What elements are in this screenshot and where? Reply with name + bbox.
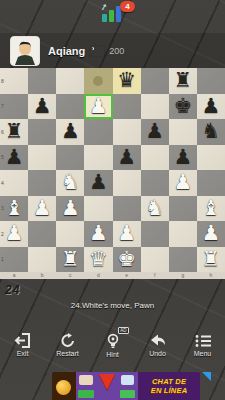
square-c2[interactable] — [56, 221, 84, 247]
white-pawn: ♟ — [84, 94, 112, 120]
square-c6[interactable]: ♟ — [56, 119, 84, 145]
square-e3[interactable] — [113, 196, 141, 222]
menu-button[interactable]: Menu — [183, 334, 223, 357]
undo-label: Undo — [149, 350, 166, 357]
white-king: ♚ — [113, 247, 141, 273]
avatar[interactable] — [10, 36, 40, 66]
square-g8[interactable]: ♜ — [169, 68, 197, 94]
player-bar: Aqiang 200 — [0, 33, 225, 68]
player-rating: 200 — [109, 46, 124, 56]
square-d5[interactable] — [84, 145, 112, 171]
white-pawn: ♟ — [84, 221, 112, 247]
ad-choices-icon[interactable] — [202, 372, 211, 381]
square-h4[interactable] — [197, 170, 225, 196]
file-label: h — [197, 272, 225, 279]
move-counter: 24 — [5, 283, 20, 297]
square-f2[interactable] — [141, 221, 169, 247]
square-f6[interactable]: ♟ — [141, 119, 169, 145]
file-label: f — [141, 272, 169, 279]
file-label: a — [0, 272, 28, 279]
black-pawn: ♟ — [0, 145, 28, 171]
restart-button[interactable]: Restart — [48, 333, 88, 357]
black-queen: ♛ — [113, 68, 141, 94]
square-e5[interactable]: ♟ — [113, 145, 141, 171]
square-g1[interactable] — [169, 247, 197, 273]
chess-board[interactable]: 8♛♜7♟♟♚♟6♜♟♟♞5♟♟♟4♞♟♟3♝♟♟♞♝2♟♟♟♟1♜♛♚♜ — [0, 68, 225, 272]
move-status-text: 24.White's move, Pawn — [0, 301, 225, 310]
square-f3[interactable]: ♞ — [141, 196, 169, 222]
square-g6[interactable] — [169, 119, 197, 145]
rank-label: 8 — [1, 78, 4, 84]
black-pawn: ♟ — [28, 94, 56, 120]
square-a4[interactable]: 4 — [0, 170, 28, 196]
white-knight: ♞ — [56, 170, 84, 196]
ad-image — [76, 372, 138, 400]
square-b8[interactable] — [28, 68, 56, 94]
rank-label: 7 — [1, 103, 4, 109]
square-b3[interactable]: ♟ — [28, 196, 56, 222]
square-g7[interactable]: ♚ — [169, 94, 197, 120]
white-bishop: ♝ — [0, 196, 28, 222]
square-f5[interactable] — [141, 145, 169, 171]
rank-label: 4 — [1, 180, 4, 186]
square-c3[interactable]: ♟ — [56, 196, 84, 222]
square-h2[interactable]: ♟ — [197, 221, 225, 247]
white-pawn: ♟ — [56, 196, 84, 222]
square-d8[interactable] — [84, 68, 112, 94]
square-d2[interactable]: ♟ — [84, 221, 112, 247]
square-b6[interactable] — [28, 119, 56, 145]
menu-label: Menu — [194, 350, 212, 357]
square-a7[interactable]: 7 — [0, 94, 28, 120]
square-h7[interactable]: ♟ — [197, 94, 225, 120]
undo-button[interactable]: Undo — [138, 334, 178, 357]
file-label: d — [84, 272, 112, 279]
hint-label: Hint — [106, 351, 118, 358]
white-rook: ♜ — [56, 247, 84, 273]
top-bar: ➚ 4 — [0, 0, 225, 33]
square-b1[interactable] — [28, 247, 56, 273]
square-c8[interactable] — [56, 68, 84, 94]
square-c7[interactable] — [56, 94, 84, 120]
white-pawn: ♟ — [28, 196, 56, 222]
file-labels: abcdefgh — [0, 272, 225, 279]
square-d6[interactable] — [84, 119, 112, 145]
square-a1[interactable]: 1 — [0, 247, 28, 273]
file-label: g — [169, 272, 197, 279]
file-label: c — [56, 272, 84, 279]
square-f8[interactable] — [141, 68, 169, 94]
square-b5[interactable] — [28, 145, 56, 171]
square-b7[interactable]: ♟ — [28, 94, 56, 120]
ad-coin-icon — [52, 372, 76, 400]
square-a6[interactable]: 6♜ — [0, 119, 28, 145]
square-d4[interactable]: ♟ — [84, 170, 112, 196]
chess-app-screen: ➚ 4 Aqiang 200 8♛♜7♟♟♚♟6♜♟♟♞5♟♟♟4♞♟♟3♝♟♟… — [0, 0, 225, 400]
rank-label: 1 — [1, 256, 4, 262]
square-e2[interactable]: ♟ — [113, 221, 141, 247]
file-label: b — [28, 272, 56, 279]
white-rook: ♜ — [197, 247, 225, 273]
square-e8[interactable]: ♛ — [113, 68, 141, 94]
square-c1[interactable]: ♜ — [56, 247, 84, 273]
singapore-flag-icon — [90, 46, 104, 56]
square-a3[interactable]: 3♝ — [0, 196, 28, 222]
hint-lightbulb-icon — [107, 333, 119, 349]
black-pawn: ♟ — [113, 145, 141, 171]
exit-label: Exit — [17, 350, 29, 357]
square-e4[interactable] — [113, 170, 141, 196]
white-pawn: ♟ — [197, 221, 225, 247]
black-king: ♚ — [169, 94, 197, 120]
restart-icon — [60, 333, 76, 348]
square-b4[interactable] — [28, 170, 56, 196]
legal-move-dot — [93, 76, 103, 86]
black-knight: ♞ — [197, 119, 225, 145]
square-h3[interactable]: ♝ — [197, 196, 225, 222]
square-d3[interactable] — [84, 196, 112, 222]
file-label: e — [113, 272, 141, 279]
ad-banner[interactable]: CHAT DEEN LÍNEA — [52, 372, 200, 400]
square-h8[interactable] — [197, 68, 225, 94]
square-g2[interactable] — [169, 221, 197, 247]
square-e6[interactable] — [113, 119, 141, 145]
black-rook: ♜ — [0, 119, 28, 145]
square-e7[interactable] — [113, 94, 141, 120]
undo-arrow-icon — [149, 334, 166, 348]
exit-button[interactable]: Exit — [3, 333, 43, 357]
square-b2[interactable] — [28, 221, 56, 247]
square-c4[interactable]: ♞ — [56, 170, 84, 196]
black-pawn: ♟ — [56, 119, 84, 145]
black-pawn: ♟ — [84, 170, 112, 196]
menu-list-icon — [195, 334, 211, 348]
bottom-toolbar: Exit Restart AD Hint — [0, 326, 225, 364]
square-a2[interactable]: 2♟ — [0, 221, 28, 247]
square-h1[interactable]: ♜ — [197, 247, 225, 273]
hint-ad-badge: AD — [118, 327, 128, 334]
square-g3[interactable] — [169, 196, 197, 222]
black-pawn: ♟ — [169, 145, 197, 171]
white-knight: ♞ — [141, 196, 169, 222]
black-rook: ♜ — [169, 68, 197, 94]
square-f1[interactable] — [141, 247, 169, 273]
player-name: Aqiang — [48, 45, 85, 57]
black-pawn: ♟ — [141, 119, 169, 145]
square-d1[interactable]: ♛ — [84, 247, 112, 273]
white-bishop: ♝ — [197, 196, 225, 222]
hint-button[interactable]: AD Hint — [93, 333, 133, 358]
square-h6[interactable]: ♞ — [197, 119, 225, 145]
exit-icon — [14, 333, 31, 348]
restart-label: Restart — [56, 350, 79, 357]
ad-text: CHAT DEEN LÍNEA — [138, 372, 200, 400]
square-d7[interactable]: ♟ — [84, 94, 112, 120]
square-f4[interactable] — [141, 170, 169, 196]
square-a5[interactable]: 5♟ — [0, 145, 28, 171]
square-f7[interactable] — [141, 94, 169, 120]
ad-down-arrow-icon — [99, 374, 115, 390]
square-c5[interactable] — [56, 145, 84, 171]
square-g4[interactable]: ♟ — [169, 170, 197, 196]
notification-badge[interactable]: 4 — [120, 1, 135, 12]
white-pawn: ♟ — [0, 221, 28, 247]
white-pawn: ♟ — [113, 221, 141, 247]
square-a8[interactable]: 8 — [0, 68, 28, 94]
square-h5[interactable] — [197, 145, 225, 171]
square-e1[interactable]: ♚ — [113, 247, 141, 273]
black-pawn: ♟ — [197, 94, 225, 120]
square-g5[interactable]: ♟ — [169, 145, 197, 171]
white-pawn: ♟ — [169, 170, 197, 196]
growth-arrow-icon: ➚ — [99, 1, 109, 13]
white-queen: ♛ — [84, 247, 112, 273]
